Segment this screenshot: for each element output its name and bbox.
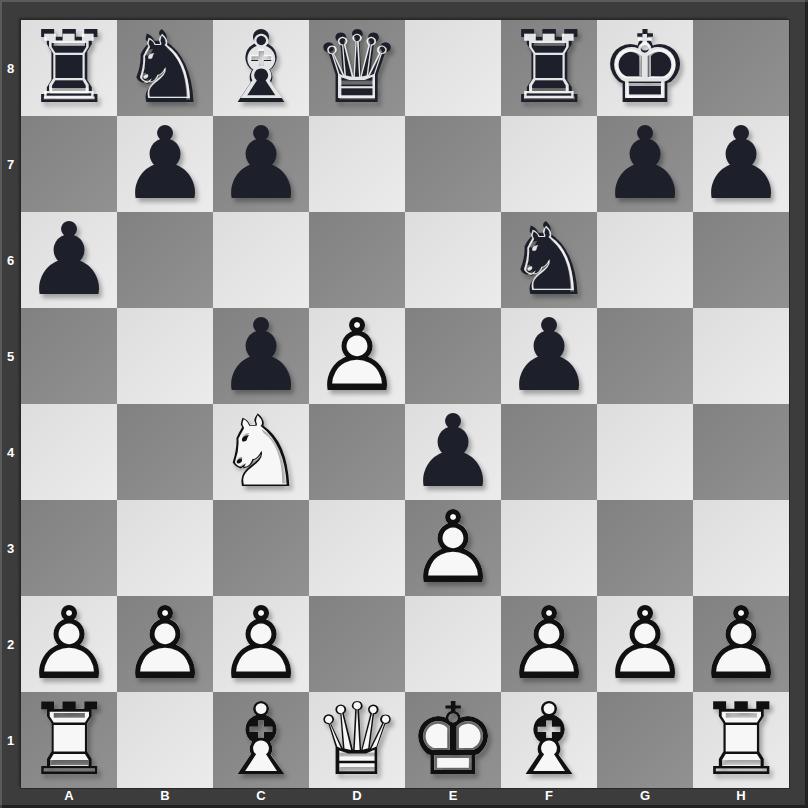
square-h5[interactable] <box>693 308 789 404</box>
white-rook[interactable]: ♜♖ <box>693 692 789 788</box>
file-label-g: G <box>597 786 693 804</box>
piece-fill-glyph: ♟ <box>501 308 597 404</box>
piece-outline-glyph: ♖ <box>693 692 789 788</box>
square-f2[interactable]: ♟♙ <box>501 596 597 692</box>
piece-outline-glyph: ♙ <box>309 308 405 404</box>
square-c6[interactable] <box>213 212 309 308</box>
black-bishop[interactable]: ♝♗ <box>213 20 309 116</box>
square-d8[interactable]: ♛♕ <box>309 20 405 116</box>
white-pawn[interactable]: ♟♙ <box>117 596 213 692</box>
square-e1[interactable]: ♚♔ <box>405 692 501 788</box>
black-pawn[interactable]: ♟♙ <box>117 116 213 212</box>
white-pawn[interactable]: ♟♙ <box>213 596 309 692</box>
white-bishop[interactable]: ♝♗ <box>501 692 597 788</box>
square-a4[interactable] <box>21 404 117 500</box>
piece-outline-glyph: ♙ <box>117 596 213 692</box>
square-g1[interactable] <box>597 692 693 788</box>
black-pawn[interactable]: ♟♙ <box>501 308 597 404</box>
black-rook[interactable]: ♜♖ <box>501 20 597 116</box>
piece-outline-glyph: ♖ <box>507 26 591 110</box>
square-a3[interactable] <box>21 500 117 596</box>
piece-fill-glyph: ♟ <box>213 116 309 212</box>
piece-outline-glyph: ♙ <box>597 596 693 692</box>
piece-outline-glyph: ♗ <box>213 692 309 788</box>
white-pawn[interactable]: ♟♙ <box>21 596 117 692</box>
piece-outline-glyph: ♘ <box>507 218 591 302</box>
square-b3[interactable] <box>117 500 213 596</box>
square-h3[interactable] <box>693 500 789 596</box>
file-label-d: D <box>309 786 405 804</box>
square-h2[interactable]: ♟♙ <box>693 596 789 692</box>
rank-label-6: 6 <box>0 212 21 308</box>
piece-outline-glyph: ♖ <box>21 692 117 788</box>
white-pawn[interactable]: ♟♙ <box>597 596 693 692</box>
square-g3[interactable] <box>597 500 693 596</box>
square-g6[interactable] <box>597 212 693 308</box>
piece-outline-glyph: ♗ <box>219 26 303 110</box>
piece-outline-glyph: ♙ <box>693 596 789 692</box>
square-c8[interactable]: ♝♗ <box>213 20 309 116</box>
white-queen[interactable]: ♛♕ <box>309 692 405 788</box>
piece-fill-glyph: ♟ <box>693 116 789 212</box>
rank-label-8: 8 <box>0 20 21 116</box>
square-b5[interactable] <box>117 308 213 404</box>
black-king[interactable]: ♚♔ <box>597 20 693 116</box>
square-h8[interactable] <box>693 20 789 116</box>
black-pawn[interactable]: ♟♙ <box>21 212 117 308</box>
file-label-h: H <box>693 786 789 804</box>
piece-outline-glyph: ♗ <box>501 692 597 788</box>
piece-outline-glyph: ♙ <box>21 596 117 692</box>
square-b8[interactable]: ♞♘ <box>117 20 213 116</box>
square-a1[interactable]: ♜♖ <box>21 692 117 788</box>
square-g2[interactable]: ♟♙ <box>597 596 693 692</box>
white-rook[interactable]: ♜♖ <box>21 692 117 788</box>
square-d7[interactable] <box>309 116 405 212</box>
square-a6[interactable]: ♟♙ <box>21 212 117 308</box>
black-pawn[interactable]: ♟♙ <box>597 116 693 212</box>
piece-outline-glyph: ♙ <box>405 500 501 596</box>
square-c5[interactable]: ♟♙ <box>213 308 309 404</box>
rank-label-1: 1 <box>0 692 21 788</box>
square-b2[interactable]: ♟♙ <box>117 596 213 692</box>
piece-outline-glyph: ♘ <box>213 404 309 500</box>
square-a7[interactable] <box>21 116 117 212</box>
square-f4[interactable] <box>501 404 597 500</box>
piece-fill-glyph: ♟ <box>405 404 501 500</box>
square-d4[interactable] <box>309 404 405 500</box>
square-a8[interactable]: ♜♖ <box>21 20 117 116</box>
white-knight[interactable]: ♞♘ <box>213 404 309 500</box>
piece-outline-glyph: ♕ <box>315 26 399 110</box>
rank-labels: 87654321 <box>0 20 21 788</box>
square-d3[interactable] <box>309 500 405 596</box>
black-pawn[interactable]: ♟♙ <box>693 116 789 212</box>
square-c1[interactable]: ♝♗ <box>213 692 309 788</box>
square-e3[interactable]: ♟♙ <box>405 500 501 596</box>
square-c4[interactable]: ♞♘ <box>213 404 309 500</box>
square-f6[interactable]: ♞♘ <box>501 212 597 308</box>
piece-outline-glyph: ♕ <box>309 692 405 788</box>
square-g4[interactable] <box>597 404 693 500</box>
piece-outline-glyph: ♔ <box>405 692 501 788</box>
square-f1[interactable]: ♝♗ <box>501 692 597 788</box>
square-b1[interactable] <box>117 692 213 788</box>
square-d6[interactable] <box>309 212 405 308</box>
square-e4[interactable]: ♟♙ <box>405 404 501 500</box>
square-e6[interactable] <box>405 212 501 308</box>
square-g8[interactable]: ♚♔ <box>597 20 693 116</box>
square-g7[interactable]: ♟♙ <box>597 116 693 212</box>
square-f8[interactable]: ♜♖ <box>501 20 597 116</box>
rank-label-5: 5 <box>0 308 21 404</box>
white-pawn[interactable]: ♟♙ <box>405 500 501 596</box>
piece-fill-glyph: ♟ <box>117 116 213 212</box>
square-e2[interactable] <box>405 596 501 692</box>
white-pawn[interactable]: ♟♙ <box>309 308 405 404</box>
black-knight[interactable]: ♞♘ <box>117 20 213 116</box>
piece-outline-glyph: ♙ <box>501 596 597 692</box>
file-label-e: E <box>405 786 501 804</box>
white-king[interactable]: ♚♔ <box>405 692 501 788</box>
square-e5[interactable] <box>405 308 501 404</box>
black-pawn[interactable]: ♟♙ <box>213 308 309 404</box>
file-label-f: F <box>501 786 597 804</box>
black-pawn[interactable]: ♟♙ <box>213 116 309 212</box>
black-knight[interactable]: ♞♘ <box>501 212 597 308</box>
file-label-a: A <box>21 786 117 804</box>
rank-label-4: 4 <box>0 404 21 500</box>
piece-outline-glyph: ♖ <box>27 26 111 110</box>
rank-label-3: 3 <box>0 500 21 596</box>
white-bishop[interactable]: ♝♗ <box>213 692 309 788</box>
square-h4[interactable] <box>693 404 789 500</box>
square-d1[interactable]: ♛♕ <box>309 692 405 788</box>
square-a2[interactable]: ♟♙ <box>21 596 117 692</box>
square-d5[interactable]: ♟♙ <box>309 308 405 404</box>
piece-outline-glyph: ♔ <box>603 26 687 110</box>
piece-fill-glyph: ♟ <box>597 116 693 212</box>
square-h6[interactable] <box>693 212 789 308</box>
black-rook[interactable]: ♜♖ <box>21 20 117 116</box>
square-c7[interactable]: ♟♙ <box>213 116 309 212</box>
file-labels: ABCDEFGH <box>21 786 789 804</box>
square-g5[interactable] <box>597 308 693 404</box>
square-c2[interactable]: ♟♙ <box>213 596 309 692</box>
piece-outline-glyph: ♘ <box>123 26 207 110</box>
white-pawn[interactable]: ♟♙ <box>693 596 789 692</box>
square-f7[interactable] <box>501 116 597 212</box>
square-f3[interactable] <box>501 500 597 596</box>
square-a5[interactable] <box>21 308 117 404</box>
square-f5[interactable]: ♟♙ <box>501 308 597 404</box>
square-e7[interactable] <box>405 116 501 212</box>
white-pawn[interactable]: ♟♙ <box>501 596 597 692</box>
square-c3[interactable] <box>213 500 309 596</box>
chessboard-frame: ♜♖♞♘♝♗♛♕♜♖♚♔♟♙♟♙♟♙♟♙♟♙♞♘♟♙♟♙♟♙♞♘♟♙♟♙♟♙♟♙… <box>0 0 808 808</box>
square-b7[interactable]: ♟♙ <box>117 116 213 212</box>
piece-outline-glyph: ♙ <box>213 596 309 692</box>
square-b6[interactable] <box>117 212 213 308</box>
rank-label-7: 7 <box>0 116 21 212</box>
square-h1[interactable]: ♜♖ <box>693 692 789 788</box>
rank-label-2: 2 <box>0 596 21 692</box>
square-d2[interactable] <box>309 596 405 692</box>
board-grid: ♜♖♞♘♝♗♛♕♜♖♚♔♟♙♟♙♟♙♟♙♟♙♞♘♟♙♟♙♟♙♞♘♟♙♟♙♟♙♟♙… <box>21 20 789 788</box>
piece-fill-glyph: ♟ <box>213 308 309 404</box>
square-h7[interactable]: ♟♙ <box>693 116 789 212</box>
square-e8[interactable] <box>405 20 501 116</box>
file-label-b: B <box>117 786 213 804</box>
piece-fill-glyph: ♟ <box>21 212 117 308</box>
black-pawn[interactable]: ♟♙ <box>405 404 501 500</box>
square-b4[interactable] <box>117 404 213 500</box>
black-queen[interactable]: ♛♕ <box>309 20 405 116</box>
file-label-c: C <box>213 786 309 804</box>
